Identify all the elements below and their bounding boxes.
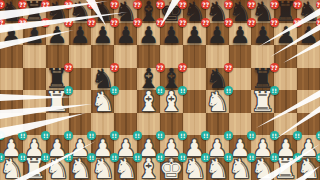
brilliant-badge: !! [110, 86, 119, 95]
brilliant-badge: !! [41, 131, 50, 140]
brilliant-badge: !! [178, 86, 187, 95]
blunder-badge: ?? [41, 0, 50, 9]
brilliant-badge: !! [156, 131, 165, 140]
brilliant-badge: !! [247, 153, 256, 162]
thumbnail-stage: ♞??♜??♞??♞??♞??♞??♝??♚??♞??♞??♞??♞??♜??♞… [0, 0, 320, 180]
blunder-badge: ?? [156, 63, 165, 72]
blunder-badge: ?? [224, 63, 233, 72]
blunder-badge: ?? [110, 18, 119, 27]
brilliant-badge: !! [64, 153, 73, 162]
square-light[interactable] [23, 90, 46, 113]
brilliant-badge: !! [110, 153, 119, 162]
brilliant-badge: !! [64, 131, 73, 140]
square-light[interactable] [297, 45, 320, 68]
blunder-badge: ?? [247, 18, 256, 27]
blunder-badge: ?? [41, 18, 50, 27]
brilliant-badge: !! [224, 131, 233, 140]
brilliant-badge: !! [156, 153, 165, 162]
brilliant-badge: !! [224, 153, 233, 162]
blunder-badge: ?? [178, 63, 187, 72]
square-light[interactable] [0, 68, 23, 91]
blunder-badge: ?? [133, 0, 142, 9]
brilliant-badge: !! [224, 86, 233, 95]
brilliant-badge: !! [64, 86, 73, 95]
blunder-badge: ?? [270, 18, 279, 27]
blunder-badge: ?? [224, 0, 233, 9]
blunder-badge: ?? [87, 0, 96, 9]
blunder-badge: ?? [64, 63, 73, 72]
brilliant-badge: !! [201, 131, 210, 140]
blunder-badge: ?? [64, 18, 73, 27]
blunder-badge: ?? [133, 18, 142, 27]
brilliant-badge: !! [293, 131, 302, 140]
blunder-badge: ?? [156, 0, 165, 9]
blunder-badge: ?? [87, 18, 96, 27]
black-pawn[interactable]: ♟ [295, 24, 320, 47]
blunder-badge: ?? [270, 63, 279, 72]
brilliant-badge: !! [178, 131, 187, 140]
square-dark[interactable] [0, 45, 23, 68]
blunder-badge: ?? [293, 18, 302, 27]
square-dark[interactable] [0, 90, 23, 113]
blunder-badge: ?? [293, 0, 302, 9]
blunder-badge: ?? [18, 0, 27, 9]
blunder-badge: ?? [316, 18, 320, 27]
square-light[interactable] [69, 90, 92, 113]
brilliant-badge: !! [87, 131, 96, 140]
brilliant-badge: !! [18, 131, 27, 140]
blunder-badge: ?? [224, 18, 233, 27]
brilliant-badge: !! [316, 131, 320, 140]
square-dark[interactable] [183, 90, 206, 113]
brilliant-badge: !! [293, 153, 302, 162]
square-dark[interactable] [23, 68, 46, 91]
square-dark[interactable] [229, 90, 252, 113]
blunder-badge: ?? [110, 63, 119, 72]
blunder-badge: ?? [316, 0, 320, 9]
blunder-badge: ?? [201, 0, 210, 9]
brilliant-badge: !! [0, 131, 5, 140]
square-dark[interactable] [297, 68, 320, 91]
brilliant-badge: !! [270, 86, 279, 95]
brilliant-badge: !! [156, 86, 165, 95]
blunder-badge: ?? [18, 18, 27, 27]
blunder-badge: ?? [64, 0, 73, 9]
blunder-badge: ?? [110, 0, 119, 9]
blunder-badge: ?? [178, 0, 187, 9]
blunder-badge: ?? [270, 0, 279, 9]
brilliant-badge: !! [110, 131, 119, 140]
blunder-badge: ?? [247, 0, 256, 9]
brilliant-badge: !! [247, 131, 256, 140]
square-light[interactable] [297, 90, 320, 113]
brilliant-badge: !! [270, 153, 279, 162]
blunder-badge: ?? [201, 18, 210, 27]
blunder-badge: ?? [178, 18, 187, 27]
brilliant-badge: !! [133, 131, 142, 140]
brilliant-badge: !! [87, 153, 96, 162]
square-light[interactable] [23, 45, 46, 68]
brilliant-badge: !! [133, 153, 142, 162]
blunder-badge: ?? [156, 18, 165, 27]
brilliant-badge: !! [270, 131, 279, 140]
